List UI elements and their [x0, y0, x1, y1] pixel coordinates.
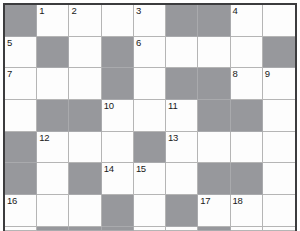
- crossword-cell[interactable]: [102, 132, 134, 164]
- block-cell: [69, 100, 101, 132]
- crossword-cell[interactable]: [69, 68, 101, 100]
- crossword-cell[interactable]: 17: [198, 195, 230, 227]
- block-cell: [134, 132, 166, 164]
- block-cell: [5, 163, 37, 195]
- clue-number: 13: [168, 133, 178, 143]
- crossword-cell[interactable]: 4: [231, 5, 263, 37]
- clue-number: 4: [233, 6, 238, 16]
- crossword-cell[interactable]: [263, 5, 295, 37]
- clue-number: 17: [200, 196, 210, 206]
- clue-number: 5: [7, 38, 12, 48]
- clue-number: 16: [7, 196, 17, 206]
- clue-number: 18: [233, 196, 243, 206]
- crossword-cell[interactable]: 7: [5, 68, 37, 100]
- crossword-cell[interactable]: 2: [69, 5, 101, 37]
- crossword-cell[interactable]: [231, 37, 263, 69]
- block-cell: [5, 132, 37, 164]
- crossword-cell[interactable]: 9: [263, 68, 295, 100]
- crossword-cell[interactable]: 13: [166, 132, 198, 164]
- crossword-cell[interactable]: [166, 163, 198, 195]
- clue-number: 8: [233, 69, 238, 79]
- clue-number: 1: [39, 6, 44, 16]
- crossword-cell[interactable]: [198, 37, 230, 69]
- crossword-cell[interactable]: [134, 68, 166, 100]
- clue-number: 9: [265, 69, 270, 79]
- block-cell: [166, 68, 198, 100]
- block-cell: [231, 100, 263, 132]
- clue-number: 2: [71, 6, 76, 16]
- block-cell: [102, 37, 134, 69]
- crossword-cell[interactable]: 12: [37, 132, 69, 164]
- crossword-cell[interactable]: [134, 195, 166, 227]
- block-cell: [166, 5, 198, 37]
- crossword-cell[interactable]: 6: [134, 37, 166, 69]
- clue-number: 14: [104, 164, 114, 174]
- block-cell: [37, 227, 69, 231]
- crossword-cell[interactable]: [231, 132, 263, 164]
- crossword-cell[interactable]: 5: [5, 37, 37, 69]
- block-cell: [263, 37, 295, 69]
- block-cell: [102, 227, 134, 231]
- block-cell: [198, 227, 230, 231]
- clue-number: 10: [104, 101, 114, 111]
- block-cell: [5, 5, 37, 37]
- crossword-cell[interactable]: 8: [231, 68, 263, 100]
- crossword-cell[interactable]: 18: [231, 195, 263, 227]
- crossword-cell[interactable]: [166, 37, 198, 69]
- crossword-cell[interactable]: [37, 68, 69, 100]
- crossword-cell[interactable]: [263, 195, 295, 227]
- crossword-cell[interactable]: 11: [166, 100, 198, 132]
- crossword-cell[interactable]: [263, 163, 295, 195]
- block-cell: [198, 163, 230, 195]
- crossword-cell[interactable]: [134, 227, 166, 231]
- block-cell: [166, 195, 198, 227]
- crossword-cell[interactable]: [5, 227, 37, 231]
- crossword-cell[interactable]: [5, 100, 37, 132]
- clue-number: 6: [136, 38, 141, 48]
- block-cell: [102, 68, 134, 100]
- crossword-cell[interactable]: 3: [134, 5, 166, 37]
- crossword-cell[interactable]: [263, 227, 295, 231]
- crossword-cell[interactable]: 10: [102, 100, 134, 132]
- crossword-cell[interactable]: 14: [102, 163, 134, 195]
- crossword-cell[interactable]: 16: [5, 195, 37, 227]
- crossword-cell[interactable]: [37, 195, 69, 227]
- clue-number: 11: [168, 101, 177, 111]
- block-cell: [69, 227, 101, 231]
- block-cell: [37, 100, 69, 132]
- crossword-cell[interactable]: [198, 132, 230, 164]
- crossword-screenshot: 123456789101112131415161718: [0, 0, 300, 231]
- clue-number: 7: [7, 69, 12, 79]
- crossword-board: 123456789101112131415161718: [3, 3, 297, 231]
- block-cell: [37, 37, 69, 69]
- block-cell: [102, 195, 134, 227]
- crossword-cell[interactable]: [134, 100, 166, 132]
- crossword-grid: 123456789101112131415161718: [5, 5, 295, 231]
- crossword-cell[interactable]: [69, 195, 101, 227]
- crossword-cell[interactable]: [166, 227, 198, 231]
- block-cell: [198, 100, 230, 132]
- crossword-cell[interactable]: 15: [134, 163, 166, 195]
- clue-number: 12: [39, 133, 49, 143]
- crossword-cell[interactable]: [102, 5, 134, 37]
- block-cell: [198, 68, 230, 100]
- block-cell: [231, 163, 263, 195]
- crossword-cell[interactable]: 1: [37, 5, 69, 37]
- crossword-cell[interactable]: [231, 227, 263, 231]
- crossword-cell[interactable]: [69, 132, 101, 164]
- crossword-cell[interactable]: [69, 37, 101, 69]
- crossword-cell[interactable]: [263, 100, 295, 132]
- block-cell: [69, 163, 101, 195]
- crossword-cell[interactable]: [37, 163, 69, 195]
- clue-number: 15: [136, 164, 146, 174]
- clue-number: 3: [136, 6, 141, 16]
- block-cell: [198, 5, 230, 37]
- crossword-cell[interactable]: [263, 132, 295, 164]
